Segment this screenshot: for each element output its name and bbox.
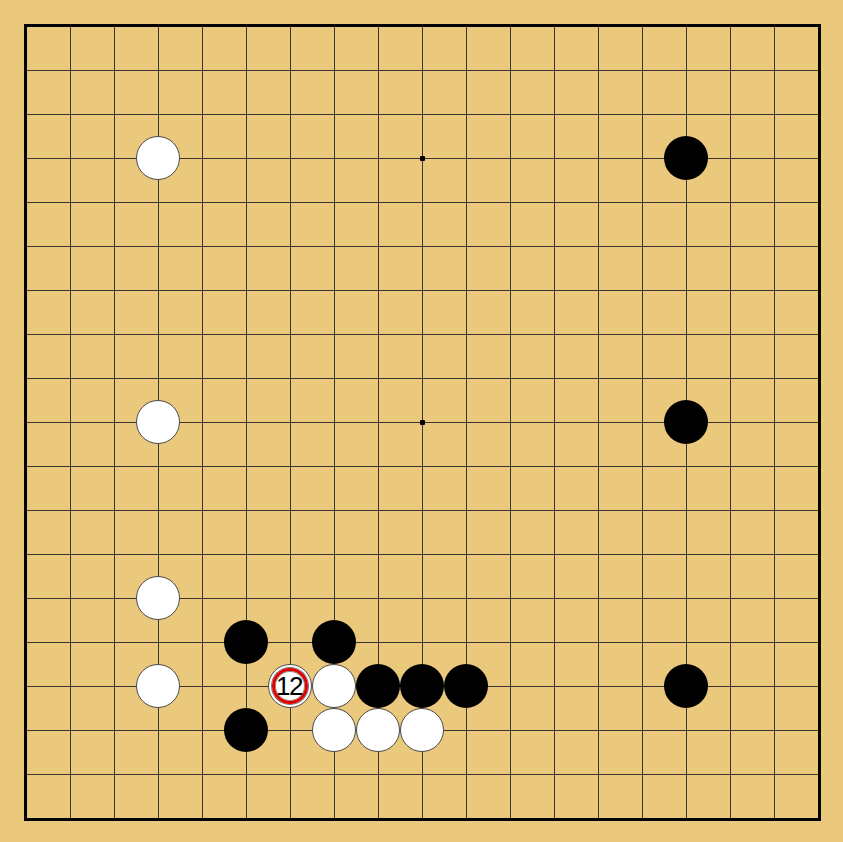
grid-line-horizontal: [26, 554, 818, 555]
stone-white: [356, 708, 400, 752]
star-point: [420, 420, 425, 425]
marked-stone-move-12: 12: [268, 664, 312, 708]
grid-line-vertical: [642, 26, 643, 818]
grid-line-horizontal: [26, 466, 818, 467]
grid-line-horizontal: [26, 642, 818, 643]
grid-line-horizontal: [26, 510, 818, 511]
grid-line-vertical: [510, 26, 511, 818]
grid-line-vertical: [730, 26, 731, 818]
stone-black: [664, 664, 708, 708]
stone-black: [224, 708, 268, 752]
stone-black: [224, 620, 268, 664]
grid-line-vertical: [554, 26, 555, 818]
grid-line-vertical: [774, 26, 775, 818]
stone-black: [312, 620, 356, 664]
stone-black: [664, 136, 708, 180]
stone-white: [312, 664, 356, 708]
grid-line-horizontal: [26, 774, 818, 775]
grid-line-vertical: [598, 26, 599, 818]
go-board[interactable]: 12: [0, 0, 843, 842]
stone-white: [136, 664, 180, 708]
move-number-label: 12: [276, 673, 302, 699]
stone-black: [664, 400, 708, 444]
stone-black: [400, 664, 444, 708]
stone-white: [136, 136, 180, 180]
stone-black: [444, 664, 488, 708]
star-point: [420, 156, 425, 161]
red-circle-mark: 12: [272, 668, 308, 704]
stone-white: [312, 708, 356, 752]
stone-white: [136, 576, 180, 620]
stone-white: [400, 708, 444, 752]
stone-white: [136, 400, 180, 444]
stone-black: [356, 664, 400, 708]
